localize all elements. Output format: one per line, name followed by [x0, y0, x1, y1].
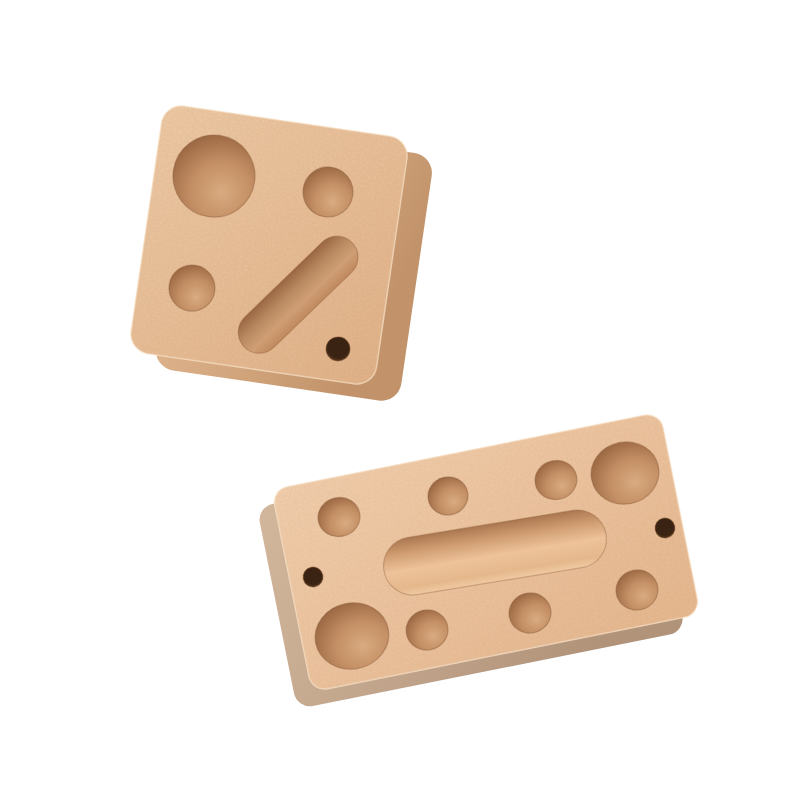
wooden-blocks-scene	[0, 0, 800, 800]
product-photo	[0, 0, 800, 800]
block-a	[126, 103, 436, 403]
